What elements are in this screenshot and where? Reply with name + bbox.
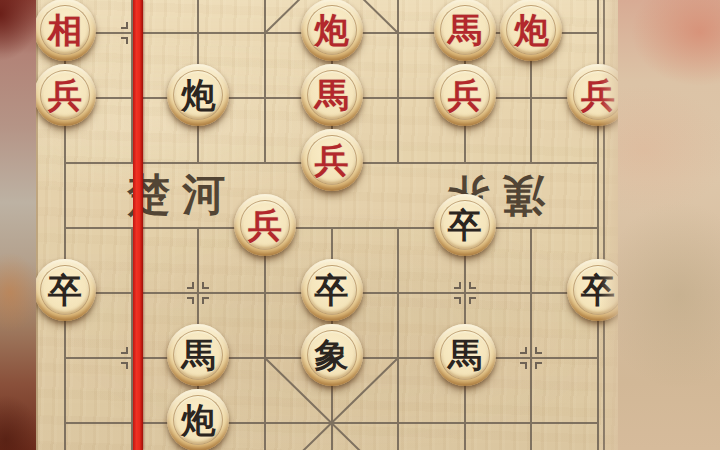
piece-face: 炮 (173, 395, 223, 445)
piece-red-file0-rank3[interactable]: 兵 (34, 64, 96, 126)
piece-black-file6-rank5[interactable]: 卒 (434, 194, 496, 256)
piece-black-file2-rank8[interactable]: 炮 (167, 389, 229, 450)
river-label-chu-he: 楚河 (127, 172, 237, 218)
piece-face: 兵 (573, 70, 623, 120)
piece-character: 兵 (315, 143, 349, 177)
piece-black-file4-rank7[interactable]: 象 (301, 324, 363, 386)
piece-face: 馬 (307, 70, 357, 120)
piece-red-file4-rank4[interactable]: 兵 (301, 129, 363, 191)
piece-character: 相 (48, 13, 82, 47)
point-marker-bracket (520, 347, 527, 354)
piece-character: 象 (315, 338, 349, 372)
point-marker-bracket (535, 362, 542, 369)
piece-character: 兵 (581, 78, 615, 112)
piece-red-file4-rank3[interactable]: 馬 (301, 64, 363, 126)
video-frame: 楚河 漢界 相炮馬炮兵炮馬兵兵兵兵卒卒卒卒馬象馬炮 (0, 0, 720, 450)
piece-black-file4-rank6[interactable]: 卒 (301, 259, 363, 321)
point-marker-bracket (121, 347, 128, 354)
point-marker-bracket (520, 362, 527, 369)
point-marker-bracket (202, 282, 209, 289)
piece-character: 兵 (448, 78, 482, 112)
point-marker-bracket (187, 297, 194, 304)
piece-red-file0-rank2[interactable]: 相 (34, 0, 96, 61)
piece-character: 炮 (514, 13, 548, 47)
piece-face: 卒 (40, 265, 90, 315)
piece-character: 馬 (448, 13, 482, 47)
piece-face: 兵 (240, 200, 290, 250)
piece-face: 炮 (173, 70, 223, 120)
point-marker-bracket (469, 282, 476, 289)
piece-character: 馬 (181, 338, 215, 372)
piece-face: 兵 (40, 70, 90, 120)
piece-character: 卒 (315, 273, 349, 307)
piece-red-file3-rank5[interactable]: 兵 (234, 194, 296, 256)
piece-black-file0-rank6[interactable]: 卒 (34, 259, 96, 321)
point-marker-bracket (121, 37, 128, 44)
point-marker-bracket (454, 282, 461, 289)
point-marker-bracket (202, 297, 209, 304)
blurred-letterbox-left (0, 0, 36, 450)
piece-face: 炮 (307, 5, 357, 55)
piece-face: 馬 (440, 5, 490, 55)
piece-character: 炮 (315, 13, 349, 47)
piece-character: 卒 (448, 208, 482, 242)
blurred-letterbox-right (618, 0, 720, 450)
piece-face: 相 (40, 5, 90, 55)
piece-face: 卒 (440, 200, 490, 250)
piece-character: 卒 (48, 273, 82, 307)
red-annotation-line (133, 0, 143, 450)
point-marker-bracket (187, 282, 194, 289)
piece-face: 卒 (573, 265, 623, 315)
piece-character: 卒 (581, 273, 615, 307)
xiangqi-board[interactable]: 楚河 漢界 相炮馬炮兵炮馬兵兵兵兵卒卒卒卒馬象馬炮 (36, 0, 622, 450)
point-marker-bracket (454, 297, 461, 304)
piece-character: 馬 (448, 338, 482, 372)
point-marker-bracket (469, 297, 476, 304)
piece-face: 卒 (307, 265, 357, 315)
piece-character: 兵 (248, 208, 282, 242)
piece-face: 馬 (173, 330, 223, 380)
piece-character: 炮 (181, 78, 215, 112)
piece-red-file6-rank3[interactable]: 兵 (434, 64, 496, 126)
piece-character: 兵 (48, 78, 82, 112)
point-marker-bracket (121, 22, 128, 29)
piece-face: 兵 (440, 70, 490, 120)
piece-red-file4-rank2[interactable]: 炮 (301, 0, 363, 61)
piece-character: 炮 (181, 403, 215, 437)
piece-red-file6-rank2[interactable]: 馬 (434, 0, 496, 61)
piece-red-file8-rank3[interactable]: 兵 (567, 64, 629, 126)
piece-black-file6-rank7[interactable]: 馬 (434, 324, 496, 386)
piece-face: 馬 (440, 330, 490, 380)
piece-face: 象 (307, 330, 357, 380)
piece-character: 馬 (315, 78, 349, 112)
point-marker-bracket (535, 347, 542, 354)
piece-face: 兵 (307, 135, 357, 185)
point-marker-bracket (121, 362, 128, 369)
piece-black-file2-rank7[interactable]: 馬 (167, 324, 229, 386)
piece-black-file2-rank3[interactable]: 炮 (167, 64, 229, 126)
piece-face: 炮 (506, 5, 556, 55)
piece-black-file8-rank6[interactable]: 卒 (567, 259, 629, 321)
